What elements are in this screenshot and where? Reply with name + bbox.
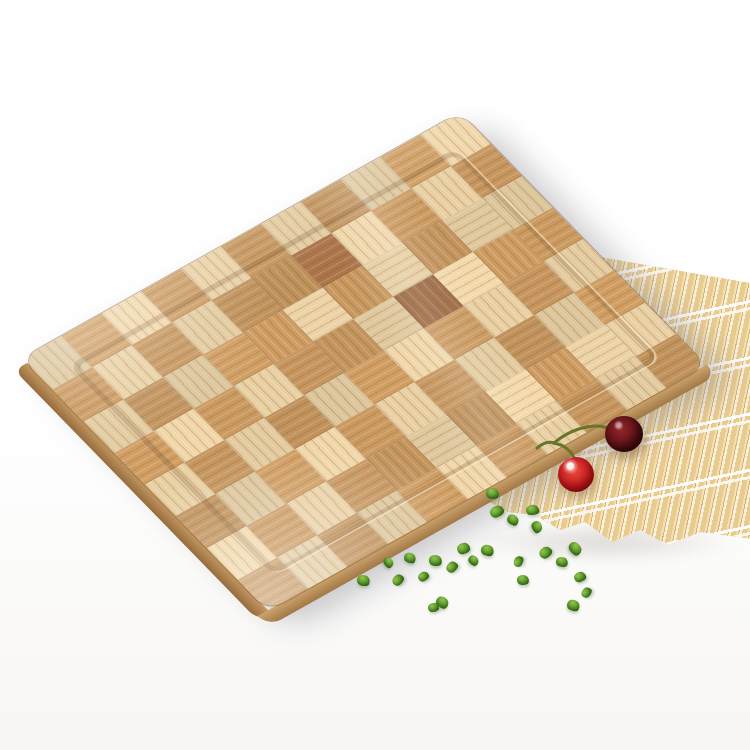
leaf bbox=[573, 571, 587, 584]
leaf bbox=[516, 574, 530, 586]
product-photo-scene bbox=[0, 0, 750, 750]
leaf bbox=[565, 597, 582, 613]
leaf bbox=[390, 572, 406, 587]
leaf bbox=[526, 505, 539, 516]
leaf bbox=[444, 560, 459, 575]
leaf bbox=[427, 603, 439, 613]
leaf bbox=[456, 542, 471, 555]
cherry-dark bbox=[605, 416, 643, 452]
cherry-bright bbox=[558, 457, 594, 492]
leaf bbox=[579, 586, 593, 600]
leaf bbox=[416, 571, 430, 584]
leaf bbox=[427, 553, 442, 567]
